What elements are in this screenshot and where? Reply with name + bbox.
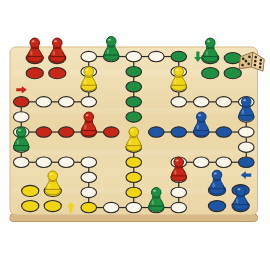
home-cell-red-4 <box>49 68 66 79</box>
track-cell-28 <box>126 202 142 212</box>
home-cell-green-3 <box>202 68 219 79</box>
lane-cell-yellow-3 <box>126 157 142 167</box>
track-cell-36 <box>13 157 29 167</box>
pawn-highlight <box>18 129 21 131</box>
track-cell-25 <box>171 187 187 197</box>
start-cell-red <box>13 97 29 107</box>
pawn-highlight <box>48 184 50 189</box>
pawn-highlight <box>242 110 244 115</box>
lane-cell-green-2 <box>126 82 142 92</box>
pawn-highlight <box>131 129 134 131</box>
track-cell-35 <box>36 157 52 167</box>
pawn-highlight <box>206 51 208 56</box>
pawn-highlight <box>174 79 176 84</box>
lane-cell-yellow-1 <box>126 187 142 197</box>
lane-cell-blue-4 <box>148 127 164 137</box>
track-cell-31 <box>81 187 97 197</box>
lane-cell-blue-1 <box>216 127 232 137</box>
track-cell-39 <box>13 112 29 122</box>
track-cell-9 <box>148 51 164 61</box>
start-cell-yellow <box>81 202 97 212</box>
pawn-highlight <box>108 39 111 41</box>
pawn-highlight <box>50 173 53 175</box>
pawn-highlight <box>198 114 201 116</box>
home-cell-yellow-4 <box>44 200 61 211</box>
ludo-board <box>0 0 270 270</box>
track-cell-29 <box>103 202 119 212</box>
pawn-highlight <box>237 188 240 190</box>
track-cell-19 <box>238 142 254 152</box>
track-cell-3 <box>81 97 97 107</box>
track-cell-22 <box>193 157 209 167</box>
track-cell-14 <box>193 97 209 107</box>
pawn-highlight <box>152 200 154 205</box>
home-cell-green-2 <box>224 52 241 63</box>
pawn-highlight <box>86 114 89 116</box>
pawn-highlight <box>86 69 89 71</box>
lane-cell-red-1 <box>36 127 52 137</box>
lane-cell-blue-3 <box>171 127 187 137</box>
lane-cell-green-4 <box>126 112 142 122</box>
pawn-highlight <box>213 183 215 188</box>
home-cell-green-4 <box>224 68 241 79</box>
pawn-highlight <box>214 172 217 174</box>
home-cell-yellow-1 <box>22 185 39 196</box>
pawn-highlight <box>30 51 32 56</box>
pawn-highlight <box>243 99 246 101</box>
pawn-highlight <box>84 79 86 84</box>
home-cell-red-3 <box>26 68 43 79</box>
track-cell-13 <box>171 97 187 107</box>
lane-cell-green-3 <box>126 97 142 107</box>
track-cell-2 <box>58 97 74 107</box>
track-cell-6 <box>81 51 97 61</box>
track-cell-33 <box>81 157 97 167</box>
track-cell-34 <box>58 157 74 167</box>
pawn-highlight <box>207 40 210 42</box>
home-cell-yellow-3 <box>22 200 39 211</box>
pawn-highlight <box>236 199 238 204</box>
pawn-highlight <box>17 140 19 145</box>
pawn-highlight <box>153 190 156 192</box>
pawn-highlight <box>54 40 57 42</box>
start-cell-blue <box>238 157 254 167</box>
track-cell-26 <box>171 202 187 212</box>
lane-cell-green-1 <box>126 66 142 76</box>
pawn-highlight <box>197 125 199 130</box>
track-cell-18 <box>238 127 254 137</box>
pawn-highlight <box>129 140 131 145</box>
lane-cell-yellow-2 <box>126 172 142 182</box>
track-cell-1 <box>36 97 52 107</box>
start-cell-green <box>171 51 187 61</box>
lane-cell-red-4 <box>103 127 119 137</box>
pawn-highlight <box>32 40 35 42</box>
track-cell-8 <box>126 51 142 61</box>
pawn-highlight <box>176 69 179 71</box>
photo-stage <box>0 0 270 270</box>
lane-cell-red-2 <box>58 127 74 137</box>
track-cell-15 <box>216 97 232 107</box>
pawn-highlight <box>84 125 86 130</box>
pawn-highlight <box>174 170 176 175</box>
track-cell-32 <box>81 172 97 182</box>
track-cell-21 <box>216 157 232 167</box>
pawn-highlight <box>176 160 179 162</box>
home-cell-blue-3 <box>208 200 225 211</box>
pawn-highlight <box>53 51 55 56</box>
pawn-highlight <box>107 49 109 54</box>
